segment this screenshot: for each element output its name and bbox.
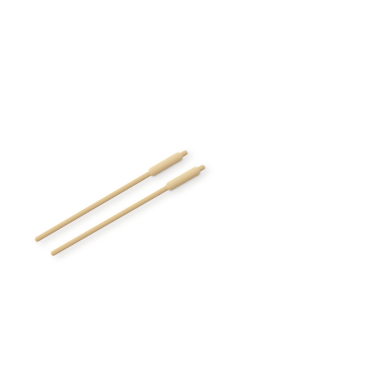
chopstick-1 (32, 147, 189, 244)
chopstick-2 (49, 161, 207, 258)
toy-photo (0, 0, 380, 380)
chopstick-grip (147, 150, 184, 177)
chopstick-grip (164, 165, 201, 192)
